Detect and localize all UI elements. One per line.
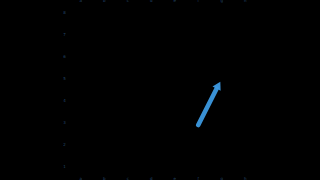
file-label-g: g [210,178,234,180]
file-label-b: b [93,178,117,180]
move-arrow [69,2,257,178]
file-label-b: b [93,0,117,2]
rank-label-7: 7 [63,24,66,46]
rank-label-6: 6 [63,46,66,68]
rank-label-1: 1 [63,156,66,178]
file-labels-bottom: abcdefgh [69,178,257,180]
file-label-h: h [234,178,258,180]
video-frame: 87654321 abcdefgh abcdefgh [0,0,320,180]
file-label-d: d [140,0,164,2]
board-grid [69,2,257,178]
file-labels-top: abcdefgh [69,0,257,2]
rank-label-8: 8 [63,2,66,24]
file-label-e: e [163,0,187,2]
rank-label-4: 4 [63,90,66,112]
file-label-e: e [163,178,187,180]
letterbox-right [260,0,320,180]
letterbox-left [0,0,66,180]
chess-board: 87654321 abcdefgh abcdefgh [66,0,260,180]
file-label-h: h [234,0,258,2]
rank-labels: 87654321 [63,2,66,178]
file-label-c: c [116,0,140,2]
file-label-f: f [187,0,211,2]
file-label-a: a [69,0,93,2]
rank-label-3: 3 [63,112,66,134]
file-label-f: f [187,178,211,180]
rank-label-5: 5 [63,68,66,90]
rank-label-2: 2 [63,134,66,156]
file-label-d: d [140,178,164,180]
file-label-g: g [210,0,234,2]
file-label-c: c [116,178,140,180]
file-label-a: a [69,178,93,180]
